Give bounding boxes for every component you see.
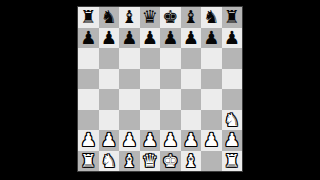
- square-d3[interactable]: [140, 110, 161, 131]
- square-g6[interactable]: [201, 48, 222, 69]
- square-a5[interactable]: [78, 69, 99, 90]
- black-rook-a8[interactable]: ♜: [80, 8, 96, 26]
- square-h7[interactable]: ♟: [222, 28, 243, 49]
- square-a2[interactable]: ♟: [78, 130, 99, 151]
- black-pawn-d7[interactable]: ♟: [142, 29, 158, 47]
- square-b8[interactable]: ♞: [99, 7, 120, 28]
- square-d6[interactable]: [140, 48, 161, 69]
- square-b4[interactable]: [99, 89, 120, 110]
- white-pawn-h2[interactable]: ♟: [224, 131, 240, 149]
- white-rook-a1[interactable]: ♜: [80, 152, 96, 170]
- square-b2[interactable]: ♟: [99, 130, 120, 151]
- white-pawn-e2[interactable]: ♟: [162, 131, 178, 149]
- black-pawn-f7[interactable]: ♟: [183, 29, 199, 47]
- square-b1[interactable]: ♞: [99, 151, 120, 172]
- square-h1[interactable]: ♜: [222, 151, 243, 172]
- black-pawn-e7[interactable]: ♟: [162, 29, 178, 47]
- square-f5[interactable]: [181, 69, 202, 90]
- square-b7[interactable]: ♟: [99, 28, 120, 49]
- square-c1[interactable]: ♝: [119, 151, 140, 172]
- square-c2[interactable]: ♟: [119, 130, 140, 151]
- square-f4[interactable]: [181, 89, 202, 110]
- square-a3[interactable]: [78, 110, 99, 131]
- square-f2[interactable]: ♟: [181, 130, 202, 151]
- square-e8[interactable]: ♚: [160, 7, 181, 28]
- black-pawn-c7[interactable]: ♟: [121, 29, 137, 47]
- square-a7[interactable]: ♟: [78, 28, 99, 49]
- chess-board[interactable]: ♜♞♝♛♚♝♞♜♟♟♟♟♟♟♟♟♞♟♟♟♟♟♟♟♟♜♞♝♛♚♝♜: [78, 7, 242, 171]
- square-e6[interactable]: [160, 48, 181, 69]
- square-a8[interactable]: ♜: [78, 7, 99, 28]
- white-pawn-d2[interactable]: ♟: [142, 131, 158, 149]
- square-g2[interactable]: ♟: [201, 130, 222, 151]
- square-h6[interactable]: [222, 48, 243, 69]
- black-pawn-b7[interactable]: ♟: [101, 29, 117, 47]
- square-f3[interactable]: [181, 110, 202, 131]
- white-bishop-f1[interactable]: ♝: [183, 152, 199, 170]
- square-h8[interactable]: ♜: [222, 7, 243, 28]
- square-b5[interactable]: [99, 69, 120, 90]
- square-a4[interactable]: [78, 89, 99, 110]
- white-pawn-b2[interactable]: ♟: [101, 131, 117, 149]
- square-c4[interactable]: [119, 89, 140, 110]
- white-pawn-g2[interactable]: ♟: [203, 131, 219, 149]
- square-a1[interactable]: ♜: [78, 151, 99, 172]
- black-pawn-h7[interactable]: ♟: [224, 29, 240, 47]
- square-g5[interactable]: [201, 69, 222, 90]
- square-e3[interactable]: [160, 110, 181, 131]
- square-c5[interactable]: [119, 69, 140, 90]
- white-pawn-c2[interactable]: ♟: [121, 131, 137, 149]
- square-d2[interactable]: ♟: [140, 130, 161, 151]
- square-d8[interactable]: ♛: [140, 7, 161, 28]
- square-c7[interactable]: ♟: [119, 28, 140, 49]
- black-king-e8[interactable]: ♚: [162, 8, 178, 26]
- white-pawn-a2[interactable]: ♟: [80, 131, 96, 149]
- black-rook-h8[interactable]: ♜: [224, 8, 240, 26]
- square-b6[interactable]: [99, 48, 120, 69]
- square-h4[interactable]: [222, 89, 243, 110]
- square-g3[interactable]: [201, 110, 222, 131]
- square-c3[interactable]: [119, 110, 140, 131]
- white-queen-d1[interactable]: ♛: [142, 152, 158, 170]
- square-e5[interactable]: [160, 69, 181, 90]
- square-a6[interactable]: [78, 48, 99, 69]
- square-g7[interactable]: ♟: [201, 28, 222, 49]
- screenshot-background: ♜♞♝♛♚♝♞♜♟♟♟♟♟♟♟♟♞♟♟♟♟♟♟♟♟♜♞♝♛♚♝♜: [0, 0, 320, 180]
- white-pawn-f2[interactable]: ♟: [183, 131, 199, 149]
- square-d5[interactable]: [140, 69, 161, 90]
- square-g8[interactable]: ♞: [201, 7, 222, 28]
- square-f6[interactable]: [181, 48, 202, 69]
- square-d1[interactable]: ♛: [140, 151, 161, 172]
- black-pawn-a7[interactable]: ♟: [80, 29, 96, 47]
- square-f7[interactable]: ♟: [181, 28, 202, 49]
- square-d7[interactable]: ♟: [140, 28, 161, 49]
- black-queen-d8[interactable]: ♛: [142, 8, 158, 26]
- square-h2[interactable]: ♟: [222, 130, 243, 151]
- square-c6[interactable]: [119, 48, 140, 69]
- square-b3[interactable]: [99, 110, 120, 131]
- square-c8[interactable]: ♝: [119, 7, 140, 28]
- black-bishop-f8[interactable]: ♝: [183, 8, 199, 26]
- black-bishop-c8[interactable]: ♝: [121, 8, 137, 26]
- square-e4[interactable]: [160, 89, 181, 110]
- white-rook-h1[interactable]: ♜: [224, 152, 240, 170]
- white-bishop-c1[interactable]: ♝: [121, 152, 137, 170]
- square-f8[interactable]: ♝: [181, 7, 202, 28]
- square-g1[interactable]: [201, 151, 222, 172]
- square-f1[interactable]: ♝: [181, 151, 202, 172]
- square-h3[interactable]: ♞: [222, 110, 243, 131]
- square-d4[interactable]: [140, 89, 161, 110]
- square-e1[interactable]: ♚: [160, 151, 181, 172]
- black-pawn-g7[interactable]: ♟: [203, 29, 219, 47]
- square-h5[interactable]: [222, 69, 243, 90]
- white-knight-h3[interactable]: ♞: [224, 111, 240, 129]
- black-knight-b8[interactable]: ♞: [101, 8, 117, 26]
- square-g4[interactable]: [201, 89, 222, 110]
- black-knight-g8[interactable]: ♞: [203, 8, 219, 26]
- square-e7[interactable]: ♟: [160, 28, 181, 49]
- square-e2[interactable]: ♟: [160, 130, 181, 151]
- white-knight-b1[interactable]: ♞: [101, 152, 117, 170]
- white-king-e1[interactable]: ♚: [162, 152, 178, 170]
